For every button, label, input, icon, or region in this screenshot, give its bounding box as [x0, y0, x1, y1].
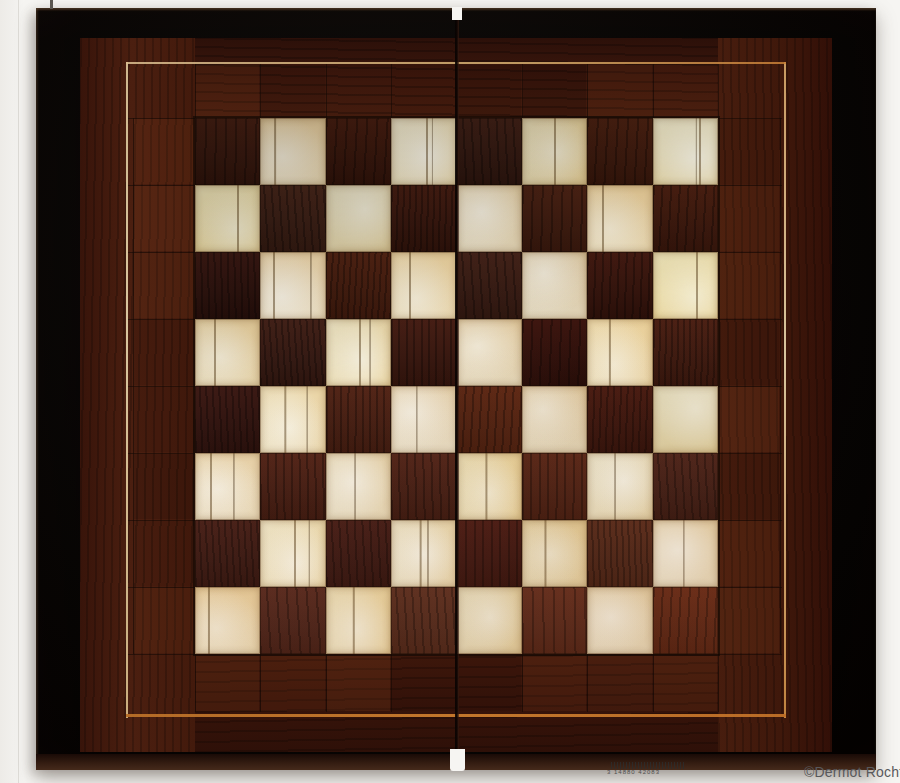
square-f2 — [522, 520, 587, 587]
square-c3 — [326, 453, 391, 520]
backdrop-crease-line — [18, 0, 19, 783]
wood-block-patch — [719, 186, 779, 251]
square-c5 — [326, 319, 391, 386]
inlay-line-left — [126, 62, 128, 718]
wood-block-patch — [134, 588, 194, 653]
square-e4 — [457, 386, 522, 453]
square-f3 — [522, 453, 587, 520]
square-d6 — [391, 252, 456, 319]
square-c1 — [326, 587, 391, 654]
wood-block-patch — [719, 320, 779, 385]
chess-board — [36, 8, 876, 770]
barcode-artifact: 3 14880 42083 — [607, 762, 691, 776]
seam-gap-bottom — [450, 749, 465, 771]
square-d1 — [391, 587, 456, 654]
wood-block-patch — [523, 656, 586, 711]
square-d8 — [391, 118, 456, 185]
wood-block-patch — [458, 656, 521, 711]
barcode-digits: 3 14880 42083 — [607, 769, 691, 776]
square-a4 — [195, 386, 260, 453]
square-a7 — [195, 185, 260, 252]
seam-gap-top — [452, 7, 462, 20]
wood-joint-line — [718, 654, 719, 712]
square-a6 — [195, 252, 260, 319]
wood-joint-line — [718, 654, 782, 655]
square-f5 — [522, 319, 587, 386]
wood-block-patch — [458, 65, 521, 117]
wood-block-patch — [134, 186, 194, 251]
hinge-seam — [455, 8, 459, 770]
wood-block-patch — [392, 656, 455, 711]
square-c8 — [326, 118, 391, 185]
square-f4 — [522, 386, 587, 453]
square-g2 — [587, 520, 652, 587]
square-g8 — [587, 118, 652, 185]
wood-block-patch — [654, 656, 717, 711]
wood-block-patch — [719, 253, 779, 318]
square-d3 — [391, 453, 456, 520]
wood-block-patch — [719, 454, 779, 519]
wood-block-patch — [134, 521, 194, 586]
square-e1 — [457, 587, 522, 654]
square-h2 — [653, 520, 718, 587]
square-d5 — [391, 319, 456, 386]
square-e8 — [457, 118, 522, 185]
square-f7 — [522, 185, 587, 252]
square-b7 — [260, 185, 325, 252]
square-b8 — [260, 118, 325, 185]
square-e7 — [457, 185, 522, 252]
square-c7 — [326, 185, 391, 252]
wood-block-patch — [261, 656, 324, 711]
square-h5 — [653, 319, 718, 386]
wood-block-patch — [134, 454, 194, 519]
wood-block-patch — [134, 320, 194, 385]
square-g4 — [587, 386, 652, 453]
square-h6 — [653, 252, 718, 319]
wood-block-patch — [134, 387, 194, 452]
square-e3 — [457, 453, 522, 520]
wood-joint-line — [780, 118, 781, 654]
square-f8 — [522, 118, 587, 185]
square-g1 — [587, 587, 652, 654]
square-a3 — [195, 453, 260, 520]
wood-block-patch — [523, 65, 586, 117]
square-e5 — [457, 319, 522, 386]
square-b1 — [260, 587, 325, 654]
square-c4 — [326, 386, 391, 453]
square-d7 — [391, 185, 456, 252]
square-b4 — [260, 386, 325, 453]
wood-joint-line — [128, 654, 195, 655]
square-g7 — [587, 185, 652, 252]
wood-block-patch — [261, 65, 324, 117]
square-b5 — [260, 319, 325, 386]
square-h1 — [653, 587, 718, 654]
photo-artifact-mark — [50, 0, 53, 9]
square-d2 — [391, 520, 456, 587]
square-f1 — [522, 587, 587, 654]
wood-block-patch — [196, 65, 259, 117]
photographer-watermark: ©Dermot Rochford — [804, 764, 900, 780]
square-c6 — [326, 252, 391, 319]
wood-block-patch — [134, 253, 194, 318]
square-e6 — [457, 252, 522, 319]
photo-canvas: 3 14880 42083 ©Dermot Rochford — [0, 0, 900, 783]
wood-block-patch — [719, 387, 779, 452]
wood-block-patch — [588, 656, 651, 711]
wood-block-patch — [719, 521, 779, 586]
wood-block-patch — [719, 119, 779, 184]
wood-block-patch — [196, 656, 259, 711]
square-a2 — [195, 520, 260, 587]
square-a1 — [195, 587, 260, 654]
square-h7 — [653, 185, 718, 252]
square-e2 — [457, 520, 522, 587]
barcode-bars — [611, 762, 685, 769]
wood-block-patch — [719, 588, 779, 653]
square-b3 — [260, 453, 325, 520]
square-g5 — [587, 319, 652, 386]
square-h3 — [653, 453, 718, 520]
square-d4 — [391, 386, 456, 453]
square-b2 — [260, 520, 325, 587]
wood-block-patch — [327, 656, 390, 711]
wood-block-patch — [327, 65, 390, 117]
square-f6 — [522, 252, 587, 319]
square-g6 — [587, 252, 652, 319]
square-h4 — [653, 386, 718, 453]
inlay-line-right — [784, 62, 786, 718]
wood-block-patch — [654, 65, 717, 117]
wood-block-patch — [134, 119, 194, 184]
wood-block-patch — [392, 65, 455, 117]
square-b6 — [260, 252, 325, 319]
wood-joint-line — [718, 64, 719, 118]
square-g3 — [587, 453, 652, 520]
square-a8 — [195, 118, 260, 185]
wood-block-patch — [588, 65, 651, 117]
square-h8 — [653, 118, 718, 185]
square-a5 — [195, 319, 260, 386]
square-c2 — [326, 520, 391, 587]
